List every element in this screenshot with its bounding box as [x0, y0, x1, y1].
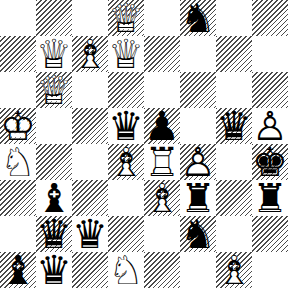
- square-b7[interactable]: ♛♕: [36, 36, 72, 72]
- square-d3[interactable]: [108, 180, 144, 216]
- piece-white-bishop: ♝♗: [108, 144, 144, 180]
- square-g5[interactable]: ♛: [216, 108, 252, 144]
- square-b3[interactable]: ♝: [36, 180, 72, 216]
- piece-white-queen: ♛♕: [36, 72, 72, 108]
- piece-black-knight: ♞: [180, 216, 216, 252]
- square-a7[interactable]: [0, 36, 36, 72]
- piece-black-queen: ♛: [216, 108, 252, 144]
- square-a4[interactable]: ♞♘: [0, 144, 36, 180]
- square-f2[interactable]: ♞: [180, 216, 216, 252]
- piece-white-pawn: ♟♙: [180, 144, 216, 180]
- chess-board: ♛♕♞♛♕♝♗♛♕♛♕♚♔♛♟♛♟♙♞♘♝♗♜♖♟♙♚♝♝♗♜♜♛♛♞♝♛♞♘♝…: [0, 0, 288, 288]
- square-b1[interactable]: ♛: [36, 252, 72, 288]
- square-a5[interactable]: ♚♔: [0, 108, 36, 144]
- square-e2[interactable]: [144, 216, 180, 252]
- square-d1[interactable]: ♞♘: [108, 252, 144, 288]
- square-h6[interactable]: [252, 72, 288, 108]
- piece-black-bishop: ♝: [0, 252, 36, 288]
- square-c6[interactable]: [72, 72, 108, 108]
- square-b2[interactable]: ♛: [36, 216, 72, 252]
- square-a1[interactable]: ♝: [0, 252, 36, 288]
- square-f5[interactable]: [180, 108, 216, 144]
- square-c4[interactable]: [72, 144, 108, 180]
- piece-black-queen: ♛: [72, 216, 108, 252]
- piece-black-rook: ♜: [180, 180, 216, 216]
- piece-black-queen: ♛: [108, 108, 144, 144]
- square-d6[interactable]: [108, 72, 144, 108]
- square-e1[interactable]: [144, 252, 180, 288]
- square-b6[interactable]: ♛♕: [36, 72, 72, 108]
- square-d5[interactable]: ♛: [108, 108, 144, 144]
- square-h8[interactable]: [252, 0, 288, 36]
- piece-black-knight: ♞: [180, 0, 216, 36]
- piece-white-queen: ♛♕: [108, 36, 144, 72]
- square-e5[interactable]: ♟: [144, 108, 180, 144]
- square-a8[interactable]: [0, 0, 36, 36]
- piece-white-bishop: ♝♗: [72, 36, 108, 72]
- square-c1[interactable]: [72, 252, 108, 288]
- square-h3[interactable]: ♜: [252, 180, 288, 216]
- square-b5[interactable]: [36, 108, 72, 144]
- square-c3[interactable]: [72, 180, 108, 216]
- piece-white-bishop: ♝♗: [216, 252, 252, 288]
- piece-white-rook: ♜♖: [144, 144, 180, 180]
- piece-white-pawn: ♟♙: [252, 108, 288, 144]
- square-e8[interactable]: [144, 0, 180, 36]
- square-g8[interactable]: [216, 0, 252, 36]
- square-c5[interactable]: [72, 108, 108, 144]
- square-a6[interactable]: [0, 72, 36, 108]
- square-b4[interactable]: [36, 144, 72, 180]
- square-c8[interactable]: [72, 0, 108, 36]
- square-g4[interactable]: [216, 144, 252, 180]
- square-d7[interactable]: ♛♕: [108, 36, 144, 72]
- square-a2[interactable]: [0, 216, 36, 252]
- square-d2[interactable]: [108, 216, 144, 252]
- square-c2[interactable]: ♛: [72, 216, 108, 252]
- square-b8[interactable]: [36, 0, 72, 36]
- piece-black-queen: ♛: [36, 216, 72, 252]
- square-h2[interactable]: [252, 216, 288, 252]
- square-f7[interactable]: [180, 36, 216, 72]
- square-h5[interactable]: ♟♙: [252, 108, 288, 144]
- square-e6[interactable]: [144, 72, 180, 108]
- square-f8[interactable]: ♞: [180, 0, 216, 36]
- square-g2[interactable]: [216, 216, 252, 252]
- piece-black-queen: ♛: [36, 252, 72, 288]
- square-f1[interactable]: [180, 252, 216, 288]
- square-f6[interactable]: [180, 72, 216, 108]
- square-g3[interactable]: [216, 180, 252, 216]
- square-d4[interactable]: ♝♗: [108, 144, 144, 180]
- piece-white-king: ♚♔: [0, 108, 36, 144]
- square-g7[interactable]: [216, 36, 252, 72]
- piece-black-bishop: ♝: [36, 180, 72, 216]
- square-h1[interactable]: [252, 252, 288, 288]
- piece-white-queen: ♛♕: [108, 0, 144, 36]
- square-e3[interactable]: ♝♗: [144, 180, 180, 216]
- piece-white-knight: ♞♘: [0, 144, 36, 180]
- square-h7[interactable]: [252, 36, 288, 72]
- square-f4[interactable]: ♟♙: [180, 144, 216, 180]
- piece-white-knight: ♞♘: [108, 252, 144, 288]
- piece-black-pawn: ♟: [144, 108, 180, 144]
- square-f3[interactable]: ♜: [180, 180, 216, 216]
- square-a3[interactable]: [0, 180, 36, 216]
- piece-black-king: ♚: [252, 144, 288, 180]
- square-g6[interactable]: [216, 72, 252, 108]
- square-c7[interactable]: ♝♗: [72, 36, 108, 72]
- square-d8[interactable]: ♛♕: [108, 0, 144, 36]
- square-g1[interactable]: ♝♗: [216, 252, 252, 288]
- piece-black-rook: ♜: [252, 180, 288, 216]
- square-e7[interactable]: [144, 36, 180, 72]
- piece-white-bishop: ♝♗: [144, 180, 180, 216]
- square-h4[interactable]: ♚: [252, 144, 288, 180]
- piece-white-queen: ♛♕: [36, 36, 72, 72]
- square-e4[interactable]: ♜♖: [144, 144, 180, 180]
